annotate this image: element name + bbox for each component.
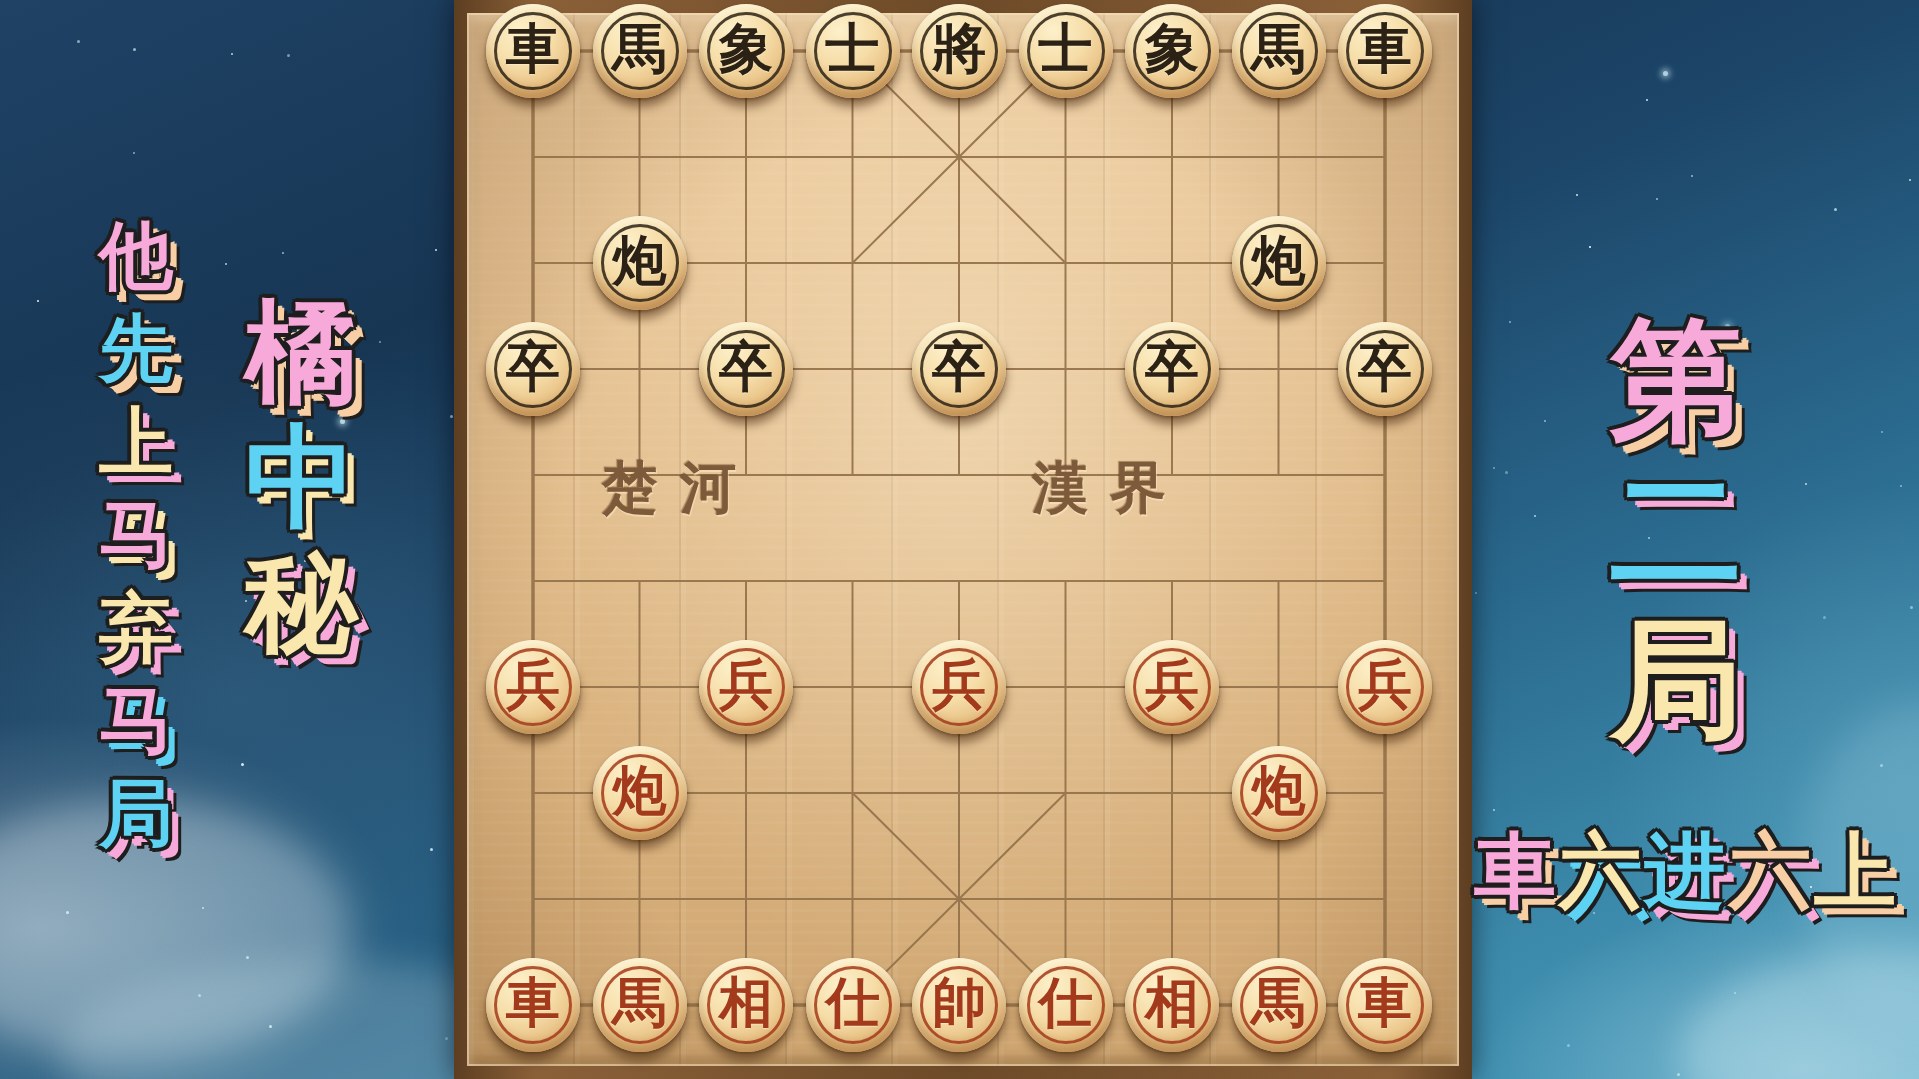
piece-glyph: 士 [1039,22,1093,76]
piece-black-general[interactable]: 將 [912,4,1006,98]
star [282,252,284,254]
piece-glyph: 卒 [719,340,773,394]
piece-glyph: 象 [719,22,773,76]
star [1493,809,1495,811]
piece-glyph: 馬 [1252,22,1306,76]
star [1589,246,1591,248]
piece-glyph: 車 [506,22,560,76]
star [287,54,290,57]
star [1900,485,1902,487]
piece-red-cannon[interactable]: 炮 [593,746,687,840]
caption-char: 上 [1814,830,1896,912]
star [1509,321,1511,323]
star [1544,420,1546,422]
star [37,300,39,302]
piece-black-horse[interactable]: 馬 [593,4,687,98]
star [1691,175,1693,177]
star [435,249,437,251]
piece-glyph: 將 [932,22,986,76]
star [1834,208,1837,211]
piece-glyph: 炮 [613,234,667,288]
river-label-han: 漢界 [1000,451,1220,527]
piece-glyph: 卒 [1358,340,1412,394]
piece-glyph: 兵 [1358,658,1412,712]
star [1909,179,1911,181]
board-grid: 車馬象士將士象馬車炮炮卒卒卒卒卒兵兵兵兵兵炮炮車馬相仕帥仕相馬車 [533,51,1385,1005]
piece-red-advisor[interactable]: 仕 [1019,958,1113,1052]
piece-glyph: 馬 [613,22,667,76]
piece-black-elephant[interactable]: 象 [1125,4,1219,98]
caption-opening-name: 他先上马弃马局 [88,218,184,869]
piece-black-cannon[interactable]: 炮 [1232,216,1326,310]
star [133,48,136,51]
caption-char: 弃 [99,590,173,664]
star [66,911,69,914]
piece-glyph: 車 [1358,22,1412,76]
star [1910,606,1913,609]
star [1734,992,1736,994]
caption-move-text: 車六进六上 [1474,830,1899,912]
piece-glyph: 兵 [1145,658,1199,712]
piece-black-soldier[interactable]: 卒 [699,322,793,416]
piece-glyph: 帥 [932,976,986,1030]
caption-char: 上 [99,404,173,478]
video-thumbnail: 車馬象士將士象馬車炮炮卒卒卒卒卒兵兵兵兵兵炮炮車馬相仕帥仕相馬車 楚河 漢界 他… [0,0,1919,1079]
star [1576,194,1578,196]
star [1646,99,1648,101]
river-label-chu: 楚河 [570,451,790,527]
star [133,152,135,154]
star [1493,467,1495,469]
piece-black-chariot[interactable]: 車 [486,4,580,98]
star [231,53,233,55]
piece-glyph: 兵 [932,658,986,712]
star [1475,592,1477,594]
piece-black-soldier[interactable]: 卒 [486,322,580,416]
piece-red-soldier[interactable]: 兵 [699,640,793,734]
grid-lines [533,51,1385,1005]
piece-red-advisor[interactable]: 仕 [806,958,900,1052]
star [430,848,433,851]
star [1534,515,1536,517]
piece-glyph: 卒 [1145,340,1199,394]
star [1880,764,1883,767]
star [1677,1073,1680,1076]
piece-red-elephant[interactable]: 相 [1125,958,1219,1052]
star [450,415,453,418]
piece-black-soldier[interactable]: 卒 [1125,322,1219,416]
caption-char: 局 [99,776,173,850]
star [1663,71,1668,76]
piece-glyph: 車 [1358,976,1412,1030]
star [1881,431,1883,433]
piece-red-soldier[interactable]: 兵 [912,640,1006,734]
piece-glyph: 相 [1145,976,1199,1030]
board-face: 車馬象士將士象馬車炮炮卒卒卒卒卒兵兵兵兵兵炮炮車馬相仕帥仕相馬車 楚河 漢界 [467,13,1459,1066]
piece-glyph: 卒 [932,340,986,394]
star [225,263,227,265]
star [1567,1044,1570,1047]
piece-black-elephant[interactable]: 象 [699,4,793,98]
piece-glyph: 炮 [613,764,667,818]
caption-series-title: 橘中秘 [228,296,374,671]
caption-char: 马 [99,683,173,757]
piece-glyph: 炮 [1252,764,1306,818]
piece-red-elephant[interactable]: 相 [699,958,793,1052]
piece-glyph: 車 [506,976,560,1030]
piece-glyph: 炮 [1252,234,1306,288]
piece-black-soldier[interactable]: 卒 [1338,322,1432,416]
piece-glyph: 卒 [506,340,560,394]
piece-glyph: 兵 [719,658,773,712]
piece-red-soldier[interactable]: 兵 [1125,640,1219,734]
piece-glyph: 馬 [613,976,667,1030]
caption-char: 秘 [245,546,357,658]
star [379,341,381,343]
piece-red-general[interactable]: 帥 [912,958,1006,1052]
star [202,907,204,909]
piece-red-soldier[interactable]: 兵 [1338,640,1432,734]
star [77,40,80,43]
star [246,956,249,959]
piece-red-horse[interactable]: 馬 [593,958,687,1052]
caption-char: 橘 [245,296,357,408]
caption-char: 先 [99,311,173,385]
piece-red-soldier[interactable]: 兵 [486,640,580,734]
star [241,763,244,766]
piece-black-soldier[interactable]: 卒 [912,322,1006,416]
xiangqi-board: 車馬象士將士象馬車炮炮卒卒卒卒卒兵兵兵兵兵炮炮車馬相仕帥仕相馬車 楚河 漢界 [454,0,1472,1079]
piece-black-cannon[interactable]: 炮 [593,216,687,310]
caption-episode-title: 第二局 [1598,314,1754,764]
piece-glyph: 馬 [1252,976,1306,1030]
caption-char: 马 [99,497,173,571]
star [1656,198,1658,200]
caption-char: 第 [1610,314,1742,446]
piece-red-cannon[interactable]: 炮 [1232,746,1326,840]
caption-char: 他 [99,218,173,292]
piece-glyph: 象 [1145,22,1199,76]
star [198,994,201,997]
piece-black-chariot[interactable]: 車 [1338,4,1432,98]
caption-char: 二 [1610,464,1742,596]
piece-red-horse[interactable]: 馬 [1232,958,1326,1052]
star [445,1037,448,1040]
piece-red-chariot[interactable]: 車 [486,958,580,1052]
piece-glyph: 士 [826,22,880,76]
piece-glyph: 兵 [506,658,560,712]
star [1805,483,1807,485]
caption-char: 进 [1644,830,1726,912]
piece-black-horse[interactable]: 馬 [1232,4,1326,98]
piece-glyph: 仕 [1039,976,1093,1030]
star [1823,616,1826,619]
caption-char: 六 [1729,830,1811,912]
star [269,1025,272,1028]
star [1505,471,1508,474]
caption-char: 中 [245,421,357,533]
caption-char: 局 [1610,614,1742,746]
caption-char: 車 [1474,830,1556,912]
piece-glyph: 仕 [826,976,880,1030]
piece-red-chariot[interactable]: 車 [1338,958,1432,1052]
piece-black-advisor[interactable]: 士 [806,4,900,98]
caption-char: 六 [1559,830,1641,912]
piece-black-advisor[interactable]: 士 [1019,4,1113,98]
piece-glyph: 相 [719,976,773,1030]
